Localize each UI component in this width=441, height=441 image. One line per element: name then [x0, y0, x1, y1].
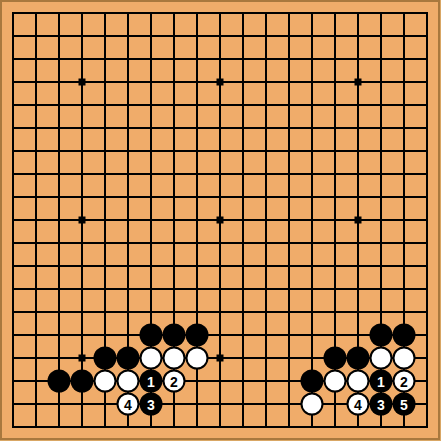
- stone-white: [186, 347, 209, 370]
- star-point: [217, 217, 224, 224]
- move-number: 5: [400, 397, 408, 411]
- move-4-stone-white: 4: [347, 393, 370, 416]
- move-number: 1: [377, 374, 385, 388]
- grid-line-vertical: [265, 12, 267, 428]
- stone-white: [393, 347, 416, 370]
- stone-black: [301, 370, 324, 393]
- go-board: 121243435: [0, 0, 441, 441]
- stone-black: [393, 324, 416, 347]
- move-1-stone-black: 1: [370, 370, 393, 393]
- move-2-stone-white: 2: [163, 370, 186, 393]
- stone-white: [324, 370, 347, 393]
- star-point: [217, 79, 224, 86]
- star-point: [355, 79, 362, 86]
- grid-line-vertical: [426, 12, 428, 428]
- grid-line-horizontal: [12, 242, 428, 244]
- star-point: [355, 217, 362, 224]
- stone-white: [117, 370, 140, 393]
- star-point: [217, 355, 224, 362]
- grid-line-vertical: [242, 12, 244, 428]
- grid-line-horizontal: [12, 288, 428, 290]
- grid-line-vertical: [288, 12, 290, 428]
- move-1-stone-black: 1: [140, 370, 163, 393]
- grid-line-horizontal: [12, 426, 428, 428]
- move-number: 4: [354, 397, 362, 411]
- move-number: 4: [124, 397, 132, 411]
- stone-black: [186, 324, 209, 347]
- move-2-stone-white: 2: [393, 370, 416, 393]
- stone-white: [140, 347, 163, 370]
- grid-line-horizontal: [12, 334, 428, 336]
- move-3-stone-black: 3: [140, 393, 163, 416]
- stone-black: [71, 370, 94, 393]
- stone-white: [163, 347, 186, 370]
- move-5-stone-black: 5: [393, 393, 416, 416]
- move-number: 3: [377, 397, 385, 411]
- stone-black: [370, 324, 393, 347]
- stone-black: [347, 347, 370, 370]
- move-3-stone-black: 3: [370, 393, 393, 416]
- stone-black: [94, 347, 117, 370]
- move-number: 3: [147, 397, 155, 411]
- stone-white: [94, 370, 117, 393]
- stone-black: [324, 347, 347, 370]
- move-4-stone-white: 4: [117, 393, 140, 416]
- move-number: 1: [147, 374, 155, 388]
- star-point: [79, 79, 86, 86]
- star-point: [79, 355, 86, 362]
- move-number: 2: [400, 374, 408, 388]
- grid-line-vertical: [311, 12, 313, 428]
- star-point: [79, 217, 86, 224]
- stone-black: [163, 324, 186, 347]
- stone-black: [48, 370, 71, 393]
- move-number: 2: [170, 374, 178, 388]
- stone-black: [117, 347, 140, 370]
- grid-line-horizontal: [12, 265, 428, 267]
- grid-line-horizontal: [12, 311, 428, 313]
- stone-white: [370, 347, 393, 370]
- stone-white: [347, 370, 370, 393]
- stone-white: [301, 393, 324, 416]
- stone-black: [140, 324, 163, 347]
